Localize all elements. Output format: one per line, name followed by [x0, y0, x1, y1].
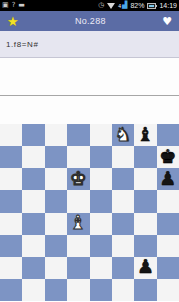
board-square-g5[interactable] — [134, 190, 156, 212]
board-square-d1[interactable] — [67, 279, 89, 301]
board-square-e8[interactable] — [90, 124, 112, 146]
board-square-d8[interactable] — [67, 124, 89, 146]
screenshot-icon: ▣ — [2, 2, 9, 9]
board-square-g1[interactable] — [134, 279, 156, 301]
board-square-b7[interactable] — [22, 146, 44, 168]
content-divider-area — [0, 58, 179, 96]
board-square-e3[interactable] — [90, 235, 112, 257]
board-square-h2[interactable] — [157, 257, 179, 279]
signal-bars-icon: ▟ — [122, 2, 127, 9]
app-window: ▣ ? ▬ ◷ 4 ▟ 82% 14:19 ★ No.288 ♥ 1.f8=N#… — [0, 0, 179, 302]
board-square-f8[interactable]: ♞ — [112, 124, 134, 146]
board-square-g6[interactable] — [134, 168, 156, 190]
board-square-c8[interactable] — [45, 124, 67, 146]
board-square-e1[interactable] — [90, 279, 112, 301]
board-square-b3[interactable] — [22, 235, 44, 257]
status-left-icons: ▣ ? ▬ — [2, 2, 25, 9]
cell-signal-icon: 4 ▟ — [118, 2, 127, 9]
board-square-c1[interactable] — [45, 279, 67, 301]
status-bar: ▣ ? ▬ ◷ 4 ▟ 82% 14:19 — [0, 0, 179, 11]
board-square-h4[interactable] — [157, 213, 179, 235]
board-square-d2[interactable] — [67, 257, 89, 279]
board-square-a1[interactable] — [0, 279, 22, 301]
unknown-notification-icon: ? — [12, 2, 16, 9]
board-square-e5[interactable] — [90, 190, 112, 212]
board-square-c7[interactable] — [45, 146, 67, 168]
board-square-b4[interactable] — [22, 213, 44, 235]
board-square-e7[interactable] — [90, 146, 112, 168]
puzzle-number-title: No.288 — [19, 16, 162, 26]
star-favorite-button[interactable]: ★ — [7, 15, 19, 28]
clock-time: 14:19 — [159, 2, 177, 9]
status-right-icons: ◷ 4 ▟ 82% 14:19 — [98, 2, 177, 9]
board-square-d3[interactable] — [67, 235, 89, 257]
board-square-f7[interactable] — [112, 146, 134, 168]
board-square-g4[interactable] — [134, 213, 156, 235]
board-square-a8[interactable] — [0, 124, 22, 146]
board-square-a5[interactable] — [0, 190, 22, 212]
app-header: ★ No.288 ♥ — [0, 11, 179, 31]
board-square-b6[interactable] — [22, 168, 44, 190]
board-square-h1[interactable] — [157, 279, 179, 301]
board-square-a2[interactable] — [0, 257, 22, 279]
solution-move-panel: 1.f8=N# — [0, 31, 179, 58]
white-knight[interactable]: ♞ — [115, 125, 132, 144]
board-square-h7[interactable]: ♚ — [157, 146, 179, 168]
board-square-c3[interactable] — [45, 235, 67, 257]
board-square-f4[interactable] — [112, 213, 134, 235]
board-square-f5[interactable] — [112, 190, 134, 212]
battery-icon — [147, 3, 156, 9]
black-king[interactable]: ♚ — [159, 147, 176, 166]
board-square-b1[interactable] — [22, 279, 44, 301]
board-square-f6[interactable] — [112, 168, 134, 190]
board-square-g3[interactable] — [134, 235, 156, 257]
board-square-f1[interactable] — [112, 279, 134, 301]
board-square-b5[interactable] — [22, 190, 44, 212]
board-square-g7[interactable] — [134, 146, 156, 168]
wifi-icon — [107, 3, 115, 9]
content-blank-area — [0, 96, 179, 124]
board-square-c2[interactable] — [45, 257, 67, 279]
board-square-d6[interactable]: ♚ — [67, 168, 89, 190]
board-square-h8[interactable] — [157, 124, 179, 146]
board-square-h3[interactable] — [157, 235, 179, 257]
board-square-e2[interactable] — [90, 257, 112, 279]
battery-percent: 82% — [130, 2, 144, 9]
chess-board[interactable]: ♞♝♚♚♟♝♟ — [0, 124, 179, 301]
board-square-h6[interactable]: ♟ — [157, 168, 179, 190]
board-square-a7[interactable] — [0, 146, 22, 168]
board-square-g2[interactable]: ♟ — [134, 257, 156, 279]
white-king[interactable]: ♚ — [70, 169, 87, 188]
board-square-a4[interactable] — [0, 213, 22, 235]
black-pawn[interactable]: ♟ — [159, 169, 176, 188]
board-square-f3[interactable] — [112, 235, 134, 257]
board-square-c4[interactable] — [45, 213, 67, 235]
board-square-c6[interactable] — [45, 168, 67, 190]
board-square-d5[interactable] — [67, 190, 89, 212]
board-square-h5[interactable] — [157, 190, 179, 212]
board-square-e4[interactable] — [90, 213, 112, 235]
board-square-b2[interactable] — [22, 257, 44, 279]
board-square-a3[interactable] — [0, 235, 22, 257]
board-square-c5[interactable] — [45, 190, 67, 212]
solution-move-text: 1.f8=N# — [6, 40, 38, 49]
white-bishop[interactable]: ♝ — [70, 213, 87, 232]
usb-icon: ▬ — [18, 2, 25, 9]
alarm-icon: ◷ — [98, 2, 104, 9]
heart-like-button[interactable]: ♥ — [162, 16, 172, 27]
board-square-g8[interactable]: ♝ — [134, 124, 156, 146]
board-square-d4[interactable]: ♝ — [67, 213, 89, 235]
board-square-f2[interactable] — [112, 257, 134, 279]
board-square-b8[interactable] — [22, 124, 44, 146]
black-pawn[interactable]: ♟ — [137, 257, 154, 276]
board-square-e6[interactable] — [90, 168, 112, 190]
network-type-label: 4 — [118, 4, 121, 9]
board-square-d7[interactable] — [67, 146, 89, 168]
black-bishop[interactable]: ♝ — [137, 125, 154, 144]
board-square-a6[interactable] — [0, 168, 22, 190]
